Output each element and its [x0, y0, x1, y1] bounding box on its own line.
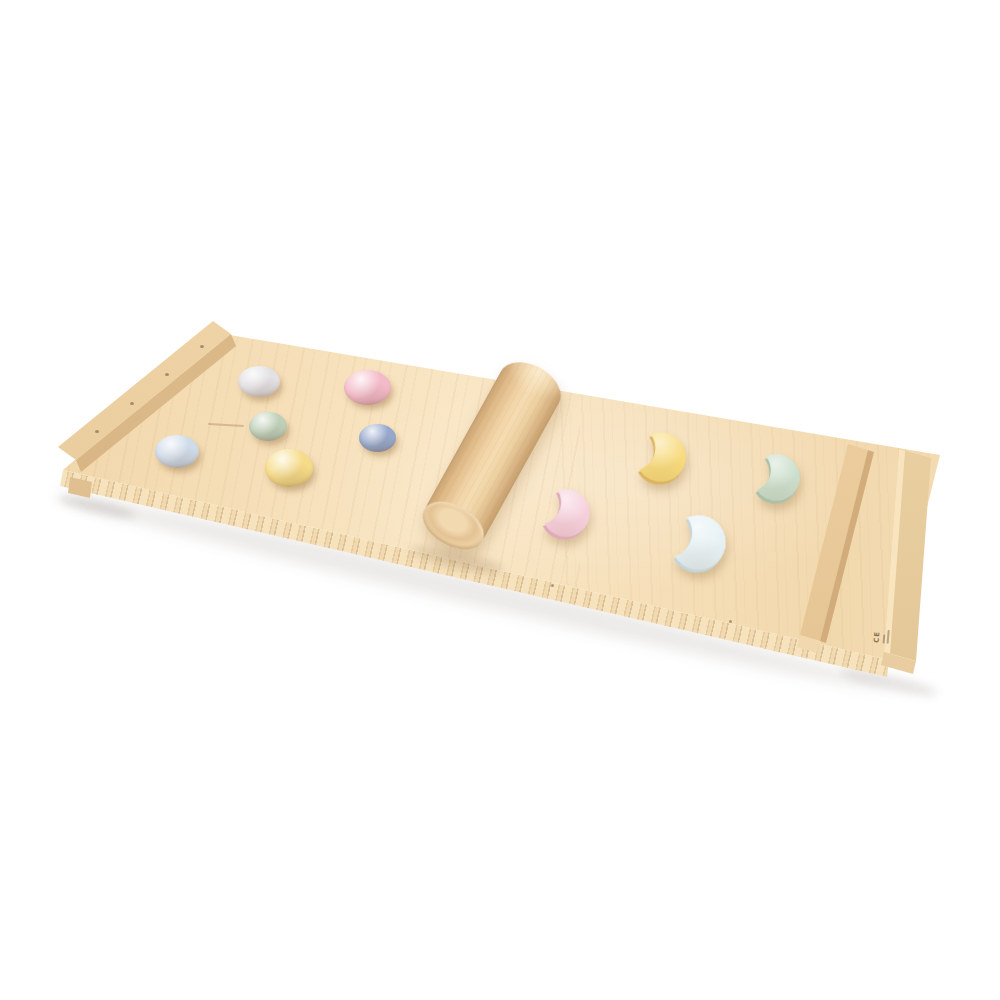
rail-screw-hole: [130, 402, 134, 405]
edge-screw-dot: [729, 620, 732, 623]
piece-crescent-sage-green: [749, 450, 802, 503]
piece-half-sphere-sage-green: [249, 412, 287, 441]
piece-half-sphere-white-grey: [238, 366, 280, 397]
stamp-smallprint: [887, 630, 890, 644]
product-photo-balance-board: CE: [0, 0, 1000, 1000]
crescent-body: [537, 484, 595, 542]
crescent-body: [632, 428, 690, 486]
piece-half-sphere-blue: [359, 424, 396, 452]
crescent-body: [666, 510, 730, 574]
rail-screw-hole: [200, 345, 204, 348]
edge-screw-dot: [551, 584, 554, 587]
stamp-smallprint: [883, 634, 886, 643]
piece-crescent-pink: [537, 484, 595, 542]
half-cylinder-roller: [419, 352, 570, 552]
rail-screw-hole: [95, 430, 99, 433]
piece-crescent-pale-blue: [666, 510, 730, 574]
piece-half-sphere-pink: [344, 370, 391, 405]
piece-half-sphere-light-blue-grey: [155, 435, 199, 468]
wood-grain-right: [560, 0, 1000, 1000]
piece-half-sphere-yellow: [265, 449, 313, 487]
crescent-body: [749, 450, 802, 503]
ce-stamp: CE: [874, 609, 907, 645]
wood-knot-mark: [208, 423, 244, 427]
piece-crescent-yellow: [632, 428, 690, 486]
ce-mark-text: CE: [874, 631, 882, 643]
rail-screw-hole: [165, 373, 169, 376]
